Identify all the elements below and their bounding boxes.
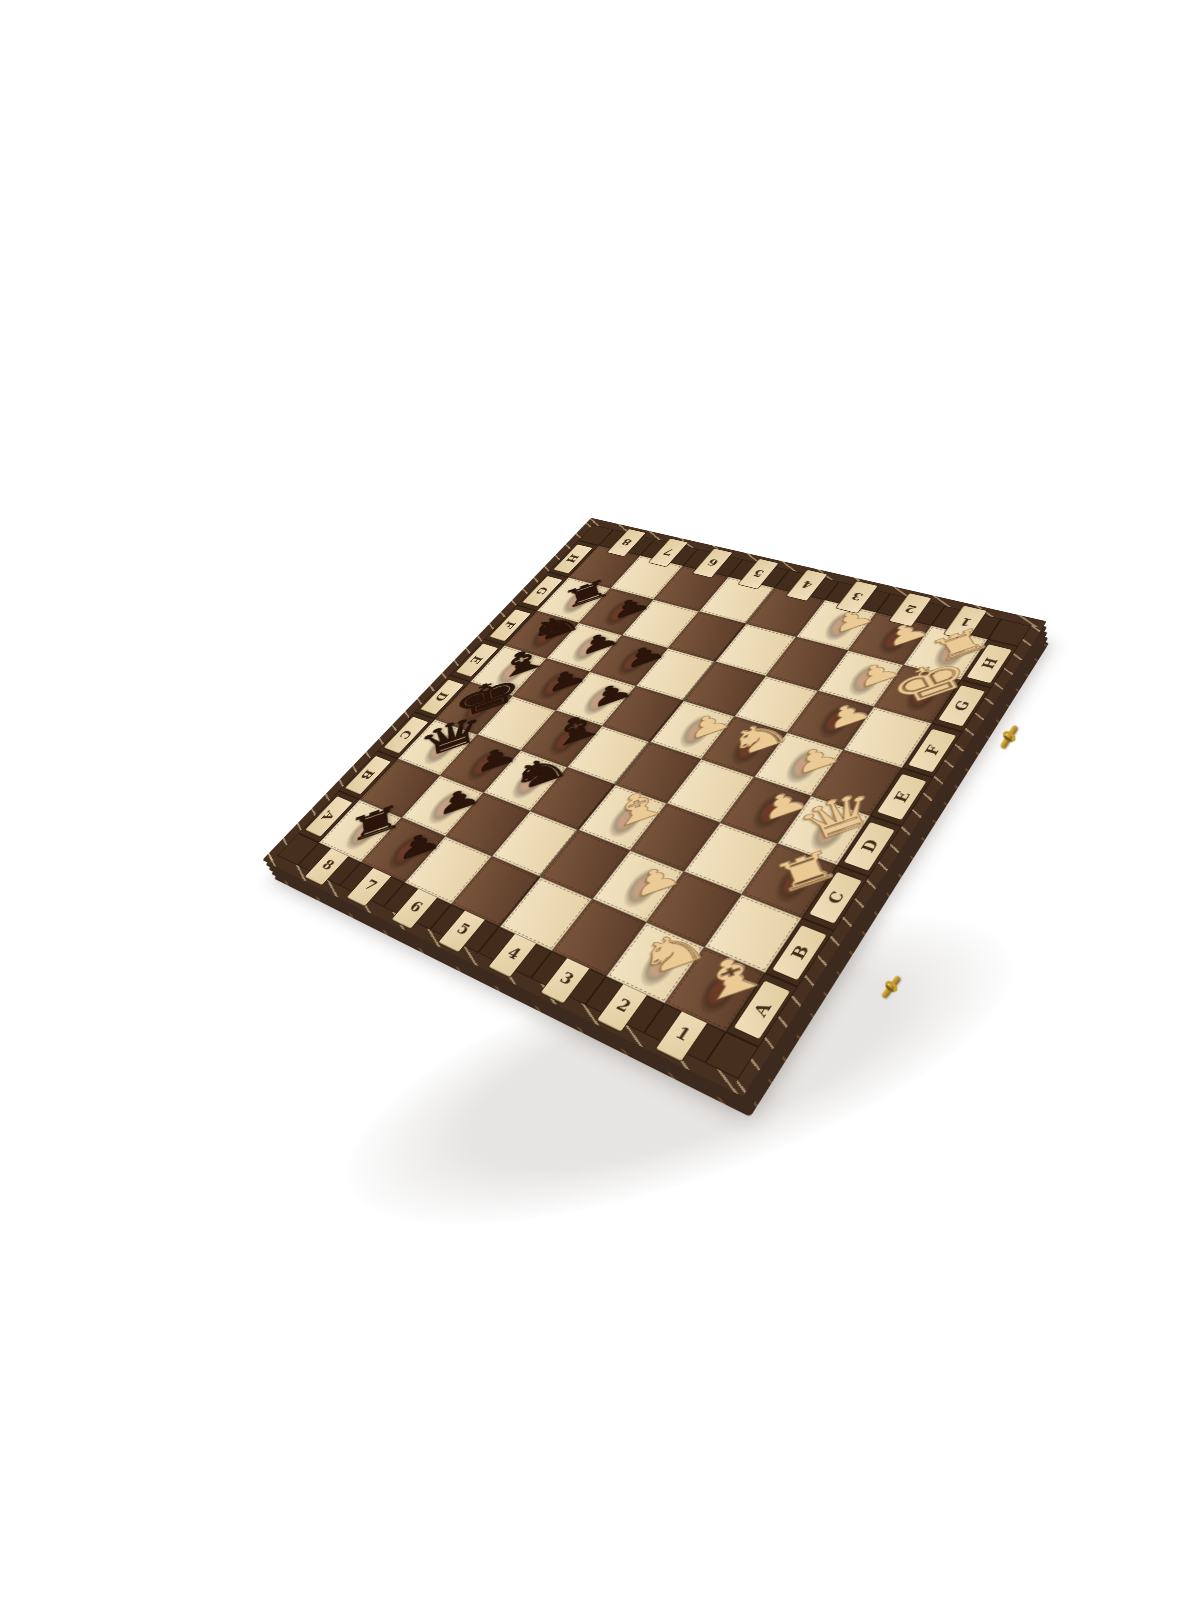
rank-label-plaque: 4 (785, 569, 828, 601)
rank-label-plaque: 5 (737, 558, 780, 589)
rank-label-plaque: 7 (648, 538, 689, 567)
brass-clasp[interactable] (996, 722, 1022, 751)
product-photo: ABCDEFGH8♜♛♚♝♞♜87♟♟♟♟♟♟76♞♝♟♟6554♝♟43♟♞♟… (0, 0, 1200, 1600)
rank-label-plaque: 6 (692, 548, 734, 578)
